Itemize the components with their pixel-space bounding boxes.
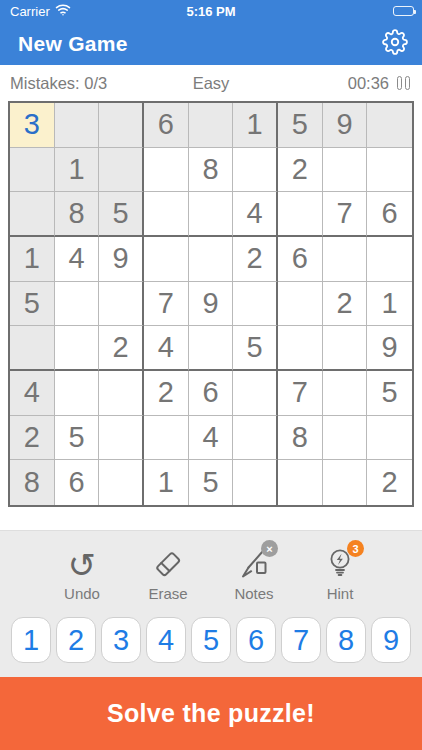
sudoku-cell-r1c8[interactable]: 9	[323, 103, 368, 148]
sudoku-cell-r2c9[interactable]	[367, 148, 412, 193]
notes-label: Notes	[234, 585, 273, 605]
sudoku-cell-r3c8[interactable]: 7	[323, 192, 368, 237]
numpad-button-9[interactable]: 9	[371, 617, 411, 663]
sudoku-cell-r6c5[interactable]	[189, 326, 234, 371]
sudoku-cell-r7c1[interactable]: 4	[10, 371, 55, 416]
page-title: New Game	[18, 32, 128, 56]
hint-count-badge: 3	[347, 540, 364, 557]
sudoku-cell-r3c9[interactable]: 6	[367, 192, 412, 237]
eraser-icon	[150, 546, 186, 585]
sudoku-cell-r2c2[interactable]: 1	[55, 148, 100, 193]
sudoku-cell-r8c8[interactable]	[323, 416, 368, 461]
erase-label: Erase	[148, 585, 187, 605]
sudoku-cell-r9c1[interactable]: 8	[10, 460, 55, 505]
sudoku-cell-r8c2[interactable]: 5	[55, 416, 100, 461]
sudoku-cell-r5c6[interactable]	[233, 282, 278, 327]
spacer	[0, 507, 422, 530]
pause-icon	[397, 76, 402, 90]
sudoku-cell-r7c6[interactable]	[233, 371, 278, 416]
erase-button[interactable]: Erase	[125, 545, 211, 605]
sudoku-cell-r2c4[interactable]	[144, 148, 189, 193]
nav-bar: New Game	[0, 22, 422, 65]
sudoku-cell-r8c9[interactable]	[367, 416, 412, 461]
undo-button[interactable]: ↺ Undo	[39, 545, 125, 605]
battery-full-icon	[393, 6, 414, 16]
solve-button[interactable]: Solve the puzzle!	[0, 677, 422, 750]
sudoku-cell-r7c7[interactable]: 7	[278, 371, 323, 416]
sudoku-cell-r3c3[interactable]: 5	[99, 192, 144, 237]
sudoku-cell-r2c6[interactable]	[233, 148, 278, 193]
app-screen: Carrier 5:16 PM New Game Mistakes: 0/3	[0, 0, 422, 750]
sudoku-cell-r9c7[interactable]	[278, 460, 323, 505]
sudoku-cell-r8c7[interactable]: 8	[278, 416, 323, 461]
sudoku-cell-r5c4[interactable]: 7	[144, 282, 189, 327]
sudoku-cell-r4c4[interactable]	[144, 237, 189, 282]
sudoku-cell-r8c6[interactable]	[233, 416, 278, 461]
sudoku-cell-r1c3[interactable]	[99, 103, 144, 148]
notes-off-badge: ×	[261, 540, 278, 557]
numpad-button-8[interactable]: 8	[326, 617, 366, 663]
numpad-button-1[interactable]: 1	[11, 617, 51, 663]
wifi-icon	[55, 3, 71, 19]
sudoku-cell-r9c6[interactable]	[233, 460, 278, 505]
sudoku-cell-r1c6[interactable]: 1	[233, 103, 278, 148]
status-bar: Carrier 5:16 PM	[0, 0, 422, 22]
carrier-label: Carrier	[10, 4, 50, 19]
timer: 00:36	[348, 74, 389, 93]
sudoku-cell-r3c5[interactable]	[189, 192, 234, 237]
sudoku-cell-r1c5[interactable]	[189, 103, 234, 148]
hint-label: Hint	[327, 585, 354, 605]
sudoku-cell-r9c3[interactable]	[99, 460, 144, 505]
numpad-button-6[interactable]: 6	[236, 617, 276, 663]
sudoku-cell-r8c4[interactable]	[144, 416, 189, 461]
sudoku-cell-r8c3[interactable]	[99, 416, 144, 461]
sudoku-cell-r4c5[interactable]	[189, 237, 234, 282]
sudoku-cell-r7c8[interactable]	[323, 371, 368, 416]
sudoku-cell-r1c2[interactable]	[55, 103, 100, 148]
sudoku-cell-r4c7[interactable]: 6	[278, 237, 323, 282]
sudoku-cell-r1c7[interactable]: 5	[278, 103, 323, 148]
numpad-button-3[interactable]: 3	[101, 617, 141, 663]
sudoku-cell-r4c2[interactable]: 4	[55, 237, 100, 282]
sudoku-cell-r6c2[interactable]	[55, 326, 100, 371]
sudoku-cell-r4c8[interactable]	[323, 237, 368, 282]
sudoku-cell-r9c9[interactable]: 2	[367, 460, 412, 505]
sudoku-cell-r5c5[interactable]: 9	[189, 282, 234, 327]
sudoku-cell-r1c1[interactable]: 3	[10, 103, 55, 148]
carrier-area: Carrier	[10, 3, 71, 19]
mistakes-counter: Mistakes: 0/3	[10, 74, 144, 93]
sudoku-cell-r2c7[interactable]: 2	[278, 148, 323, 193]
solve-button-label: Solve the puzzle!	[107, 699, 315, 728]
sudoku-cell-r9c2[interactable]: 6	[55, 460, 100, 505]
sudoku-cell-r5c1[interactable]: 5	[10, 282, 55, 327]
sudoku-cell-r4c3[interactable]: 9	[99, 237, 144, 282]
sudoku-cell-r1c4[interactable]: 6	[144, 103, 189, 148]
difficulty-label: Easy	[144, 74, 278, 93]
sudoku-board: 3615918285476149265792124594267525488615…	[8, 101, 414, 507]
sudoku-cell-r6c8[interactable]	[323, 326, 368, 371]
sudoku-cell-r8c5[interactable]: 4	[189, 416, 234, 461]
sudoku-cell-r7c5[interactable]: 6	[189, 371, 234, 416]
sudoku-cell-r5c3[interactable]	[99, 282, 144, 327]
toolbar: ↺ Undo Erase	[0, 545, 422, 605]
undo-label: Undo	[64, 585, 100, 605]
sudoku-cell-r7c2[interactable]	[55, 371, 100, 416]
sudoku-cell-r7c9[interactable]: 5	[367, 371, 412, 416]
sudoku-cell-r9c5[interactable]: 5	[189, 460, 234, 505]
numpad-button-2[interactable]: 2	[56, 617, 96, 663]
numpad-button-5[interactable]: 5	[191, 617, 231, 663]
sudoku-cell-r2c5[interactable]: 8	[189, 148, 234, 193]
controls-panel: ↺ Undo Erase	[0, 530, 422, 677]
sudoku-cell-r5c8[interactable]: 2	[323, 282, 368, 327]
sudoku-cell-r8c1[interactable]: 2	[10, 416, 55, 461]
sudoku-cell-r2c3[interactable]	[99, 148, 144, 193]
sudoku-cell-r6c1[interactable]	[10, 326, 55, 371]
sudoku-cell-r2c1[interactable]	[10, 148, 55, 193]
gear-icon	[382, 29, 408, 58]
sudoku-cell-r3c4[interactable]	[144, 192, 189, 237]
sudoku-cell-r5c7[interactable]	[278, 282, 323, 327]
hint-button[interactable]: 3 Hint	[297, 545, 383, 605]
sudoku-cell-r1c9[interactable]	[367, 103, 412, 148]
sudoku-cell-r3c1[interactable]	[10, 192, 55, 237]
sudoku-cell-r3c2[interactable]: 8	[55, 192, 100, 237]
sudoku-cell-r4c1[interactable]: 1	[10, 237, 55, 282]
game-info-bar: Mistakes: 0/3 Easy 00:36	[0, 65, 422, 101]
sudoku-cell-r6c3[interactable]: 2	[99, 326, 144, 371]
sudoku-cell-r6c4[interactable]: 4	[144, 326, 189, 371]
number-pad: 123456789	[0, 617, 422, 663]
numpad-button-7[interactable]: 7	[281, 617, 321, 663]
sudoku-cell-r9c4[interactable]: 1	[144, 460, 189, 505]
sudoku-cell-r5c2[interactable]	[55, 282, 100, 327]
pause-button[interactable]	[395, 74, 412, 92]
settings-button[interactable]	[382, 29, 408, 58]
sudoku-cell-r5c9[interactable]: 1	[367, 282, 412, 327]
undo-icon: ↺	[68, 546, 97, 584]
notes-button[interactable]: × Notes	[211, 545, 297, 605]
sudoku-cell-r4c9[interactable]	[367, 237, 412, 282]
sudoku-cell-r2c8[interactable]	[323, 148, 368, 193]
sudoku-cell-r7c3[interactable]	[99, 371, 144, 416]
sudoku-cell-r3c6[interactable]: 4	[233, 192, 278, 237]
sudoku-cell-r6c7[interactable]	[278, 326, 323, 371]
sudoku-cell-r7c4[interactable]: 2	[144, 371, 189, 416]
sudoku-cell-r6c9[interactable]: 9	[367, 326, 412, 371]
numpad-button-4[interactable]: 4	[146, 617, 186, 663]
sudoku-cell-r6c6[interactable]: 5	[233, 326, 278, 371]
sudoku-cell-r3c7[interactable]	[278, 192, 323, 237]
sudoku-cell-r9c8[interactable]	[323, 460, 368, 505]
sudoku-cell-r4c6[interactable]: 2	[233, 237, 278, 282]
